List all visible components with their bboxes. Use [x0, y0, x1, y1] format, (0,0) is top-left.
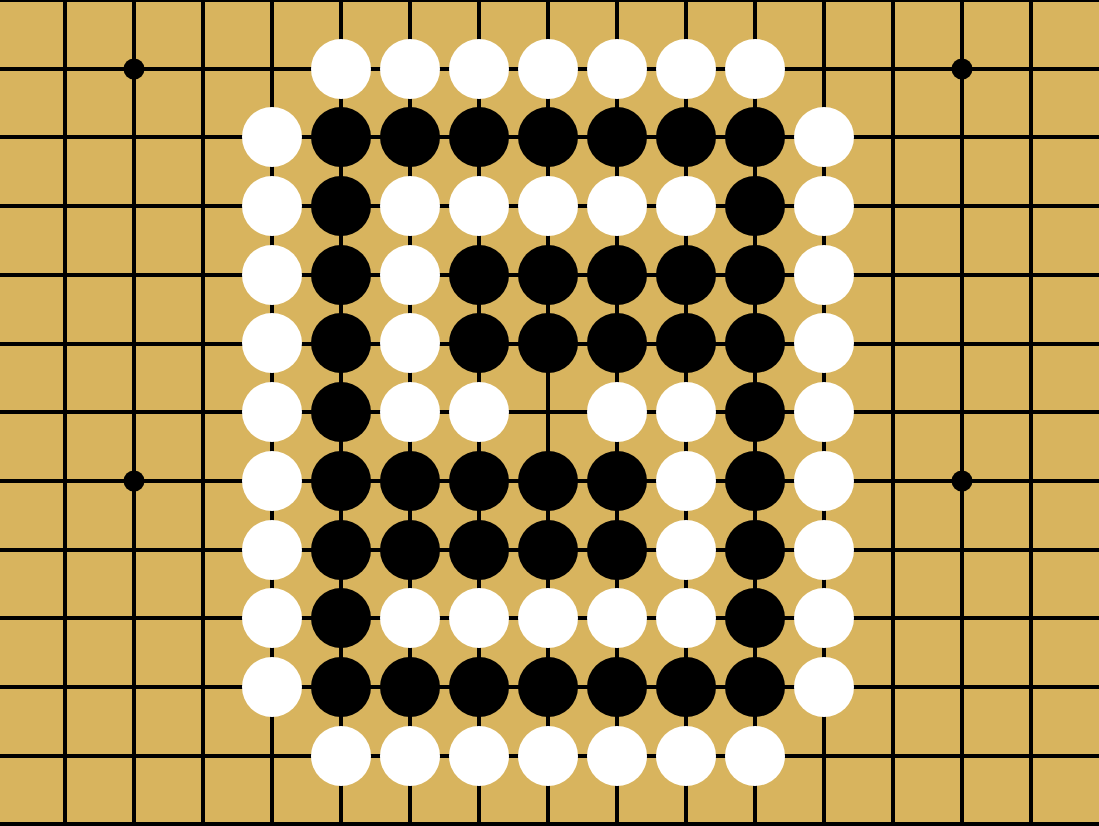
intersection[interactable]	[928, 172, 997, 241]
intersection[interactable]	[445, 584, 514, 653]
intersection[interactable]	[100, 653, 169, 722]
stone-white	[449, 726, 509, 786]
stone-white	[725, 726, 785, 786]
stone-white	[656, 726, 716, 786]
intersection[interactable]	[169, 103, 238, 172]
intersection[interactable]	[859, 172, 928, 241]
stone-black	[449, 107, 509, 167]
intersection[interactable]	[514, 103, 583, 172]
intersection[interactable]	[652, 721, 721, 790]
intersection[interactable]	[31, 378, 100, 447]
intersection[interactable]	[997, 309, 1066, 378]
intersection[interactable]	[376, 0, 445, 34]
intersection[interactable]	[445, 446, 514, 515]
stone-black	[518, 657, 578, 717]
intersection[interactable]	[238, 446, 307, 515]
stone-white	[794, 451, 854, 511]
intersection[interactable]	[652, 34, 721, 103]
stone-black	[725, 588, 785, 648]
stone-black	[518, 451, 578, 511]
intersection[interactable]	[790, 172, 859, 241]
stone-black	[518, 245, 578, 305]
intersection[interactable]	[514, 378, 583, 447]
stone-white	[380, 313, 440, 373]
intersection[interactable]	[721, 172, 790, 241]
intersection[interactable]	[652, 240, 721, 309]
intersection[interactable]	[169, 34, 238, 103]
intersection[interactable]	[583, 103, 652, 172]
stone-white	[242, 451, 302, 511]
stone-black	[449, 657, 509, 717]
intersection[interactable]	[169, 790, 238, 826]
intersection[interactable]	[238, 790, 307, 826]
stone-white	[794, 313, 854, 373]
intersection[interactable]	[514, 240, 583, 309]
intersection[interactable]	[238, 721, 307, 790]
intersection[interactable]	[169, 378, 238, 447]
intersection[interactable]	[31, 721, 100, 790]
intersection[interactable]	[790, 653, 859, 722]
intersection[interactable]	[238, 584, 307, 653]
intersection[interactable]	[31, 34, 100, 103]
stone-black	[725, 107, 785, 167]
intersection[interactable]	[583, 309, 652, 378]
stone-black	[449, 520, 509, 580]
intersection[interactable]	[100, 584, 169, 653]
intersection[interactable]	[238, 378, 307, 447]
intersection[interactable]	[238, 309, 307, 378]
stone-white	[380, 588, 440, 648]
intersection[interactable]	[859, 378, 928, 447]
intersection[interactable]	[859, 584, 928, 653]
stone-black	[449, 451, 509, 511]
stone-white	[449, 39, 509, 99]
intersection[interactable]	[928, 515, 997, 584]
intersection[interactable]	[100, 240, 169, 309]
stone-white	[656, 39, 716, 99]
intersection[interactable]	[928, 34, 997, 103]
stone-black	[725, 382, 785, 442]
stone-black	[656, 657, 716, 717]
intersection[interactable]	[31, 172, 100, 241]
intersection[interactable]	[721, 653, 790, 722]
intersection[interactable]	[169, 721, 238, 790]
intersection[interactable]	[445, 653, 514, 722]
intersection[interactable]	[652, 515, 721, 584]
intersection[interactable]	[238, 653, 307, 722]
stone-white	[518, 726, 578, 786]
intersection[interactable]	[514, 0, 583, 34]
intersection[interactable]	[583, 172, 652, 241]
go-board	[0, 0, 1099, 826]
intersection[interactable]	[997, 378, 1066, 447]
intersection[interactable]	[376, 721, 445, 790]
intersection[interactable]	[445, 240, 514, 309]
intersection[interactable]	[583, 653, 652, 722]
intersection[interactable]	[31, 653, 100, 722]
intersection[interactable]	[721, 103, 790, 172]
intersection[interactable]	[100, 309, 169, 378]
stone-black	[587, 313, 647, 373]
intersection[interactable]	[997, 446, 1066, 515]
intersection[interactable]	[790, 584, 859, 653]
intersection[interactable]	[928, 790, 997, 826]
intersection[interactable]	[652, 653, 721, 722]
stone-white	[311, 726, 371, 786]
board-grid	[31, 0, 1066, 826]
stone-black	[311, 313, 371, 373]
intersection[interactable]	[376, 172, 445, 241]
intersection[interactable]	[790, 34, 859, 103]
stone-white	[794, 107, 854, 167]
intersection[interactable]	[100, 0, 169, 34]
intersection[interactable]	[376, 446, 445, 515]
stone-black	[311, 588, 371, 648]
stone-white	[794, 245, 854, 305]
intersection[interactable]	[997, 721, 1066, 790]
intersection[interactable]	[169, 446, 238, 515]
intersection[interactable]	[445, 378, 514, 447]
intersection[interactable]	[238, 0, 307, 34]
stone-white	[449, 176, 509, 236]
intersection[interactable]	[583, 34, 652, 103]
intersection[interactable]	[169, 240, 238, 309]
intersection[interactable]	[790, 103, 859, 172]
intersection[interactable]	[31, 790, 100, 826]
intersection[interactable]	[652, 446, 721, 515]
intersection[interactable]	[31, 446, 100, 515]
intersection[interactable]	[31, 515, 100, 584]
intersection[interactable]	[307, 103, 376, 172]
intersection[interactable]	[100, 172, 169, 241]
intersection[interactable]	[376, 790, 445, 826]
stone-white	[242, 176, 302, 236]
intersection[interactable]	[307, 721, 376, 790]
intersection[interactable]	[997, 653, 1066, 722]
stone-white	[380, 176, 440, 236]
stone-black	[725, 313, 785, 373]
intersection[interactable]	[583, 584, 652, 653]
intersection[interactable]	[307, 0, 376, 34]
stone-black	[311, 176, 371, 236]
intersection[interactable]	[31, 0, 100, 34]
intersection[interactable]	[652, 790, 721, 826]
stone-white	[794, 520, 854, 580]
intersection[interactable]	[307, 446, 376, 515]
stone-white	[794, 657, 854, 717]
intersection[interactable]	[100, 721, 169, 790]
intersection[interactable]	[376, 515, 445, 584]
intersection[interactable]	[376, 309, 445, 378]
intersection[interactable]	[859, 103, 928, 172]
intersection[interactable]	[928, 584, 997, 653]
stone-black	[725, 176, 785, 236]
stone-black	[725, 451, 785, 511]
stone-black	[311, 245, 371, 305]
stone-white	[656, 382, 716, 442]
stone-white	[794, 588, 854, 648]
intersection[interactable]	[307, 378, 376, 447]
intersection[interactable]	[100, 378, 169, 447]
intersection[interactable]	[721, 378, 790, 447]
intersection[interactable]	[997, 0, 1066, 34]
intersection[interactable]	[514, 653, 583, 722]
intersection[interactable]	[31, 240, 100, 309]
intersection[interactable]	[997, 515, 1066, 584]
intersection[interactable]	[859, 790, 928, 826]
stone-black	[587, 657, 647, 717]
stone-black	[656, 245, 716, 305]
stone-black	[449, 313, 509, 373]
intersection[interactable]	[859, 0, 928, 34]
intersection[interactable]	[514, 309, 583, 378]
intersection[interactable]	[100, 446, 169, 515]
intersection[interactable]	[721, 515, 790, 584]
stone-white	[242, 657, 302, 717]
intersection[interactable]	[652, 584, 721, 653]
stone-white	[242, 588, 302, 648]
intersection[interactable]	[307, 172, 376, 241]
stone-white	[380, 245, 440, 305]
intersection[interactable]	[721, 34, 790, 103]
intersection[interactable]	[859, 721, 928, 790]
stone-black	[587, 520, 647, 580]
intersection[interactable]	[445, 172, 514, 241]
stone-black	[311, 520, 371, 580]
intersection[interactable]	[445, 309, 514, 378]
intersection[interactable]	[238, 240, 307, 309]
intersection[interactable]	[307, 515, 376, 584]
intersection[interactable]	[652, 309, 721, 378]
stone-black	[380, 451, 440, 511]
intersection[interactable]	[169, 309, 238, 378]
stone-black	[311, 382, 371, 442]
intersection[interactable]	[376, 584, 445, 653]
stone-black	[311, 451, 371, 511]
intersection[interactable]	[445, 103, 514, 172]
intersection[interactable]	[721, 309, 790, 378]
intersection[interactable]	[997, 172, 1066, 241]
stone-black	[380, 657, 440, 717]
intersection[interactable]	[31, 103, 100, 172]
intersection[interactable]	[100, 103, 169, 172]
stone-black	[449, 245, 509, 305]
intersection[interactable]	[100, 34, 169, 103]
intersection[interactable]	[721, 790, 790, 826]
intersection[interactable]	[100, 790, 169, 826]
intersection[interactable]	[859, 515, 928, 584]
intersection[interactable]	[238, 34, 307, 103]
stone-white	[242, 245, 302, 305]
intersection[interactable]	[514, 515, 583, 584]
stone-white	[587, 726, 647, 786]
intersection[interactable]	[583, 790, 652, 826]
stone-white	[242, 382, 302, 442]
intersection[interactable]	[721, 240, 790, 309]
intersection[interactable]	[652, 103, 721, 172]
stone-white	[794, 176, 854, 236]
stone-black	[380, 107, 440, 167]
intersection[interactable]	[169, 653, 238, 722]
intersection[interactable]	[859, 446, 928, 515]
intersection[interactable]	[169, 172, 238, 241]
intersection[interactable]	[859, 34, 928, 103]
intersection[interactable]	[997, 34, 1066, 103]
intersection[interactable]	[169, 0, 238, 34]
intersection[interactable]	[997, 584, 1066, 653]
intersection[interactable]	[445, 0, 514, 34]
stone-white	[518, 176, 578, 236]
intersection[interactable]	[721, 446, 790, 515]
stone-black	[656, 313, 716, 373]
stone-black	[725, 657, 785, 717]
intersection[interactable]	[583, 240, 652, 309]
intersection[interactable]	[100, 515, 169, 584]
stone-white	[794, 382, 854, 442]
intersection[interactable]	[31, 584, 100, 653]
stone-white	[242, 107, 302, 167]
intersection[interactable]	[583, 378, 652, 447]
intersection[interactable]	[31, 309, 100, 378]
intersection[interactable]	[928, 103, 997, 172]
stone-white	[656, 588, 716, 648]
stone-black	[587, 107, 647, 167]
intersection[interactable]	[307, 584, 376, 653]
intersection[interactable]	[376, 653, 445, 722]
intersection[interactable]	[790, 790, 859, 826]
intersection[interactable]	[859, 309, 928, 378]
intersection[interactable]	[790, 721, 859, 790]
stone-white	[380, 726, 440, 786]
intersection[interactable]	[790, 446, 859, 515]
stone-white	[242, 313, 302, 373]
intersection[interactable]	[169, 584, 238, 653]
stone-black	[587, 245, 647, 305]
intersection[interactable]	[445, 34, 514, 103]
stone-black	[725, 520, 785, 580]
intersection[interactable]	[583, 721, 652, 790]
stone-white	[518, 39, 578, 99]
intersection[interactable]	[790, 309, 859, 378]
intersection[interactable]	[997, 790, 1066, 826]
stone-black	[311, 107, 371, 167]
intersection[interactable]	[859, 240, 928, 309]
intersection[interactable]	[997, 103, 1066, 172]
intersection[interactable]	[928, 240, 997, 309]
stone-white	[449, 382, 509, 442]
intersection[interactable]	[445, 721, 514, 790]
intersection[interactable]	[514, 446, 583, 515]
intersection[interactable]	[652, 0, 721, 34]
stone-white	[311, 39, 371, 99]
intersection[interactable]	[928, 0, 997, 34]
intersection[interactable]	[376, 34, 445, 103]
intersection[interactable]	[238, 172, 307, 241]
intersection[interactable]	[169, 515, 238, 584]
intersection[interactable]	[514, 172, 583, 241]
stone-black	[518, 107, 578, 167]
intersection[interactable]	[307, 309, 376, 378]
intersection[interactable]	[376, 378, 445, 447]
intersection[interactable]	[307, 34, 376, 103]
intersection[interactable]	[583, 0, 652, 34]
intersection[interactable]	[445, 790, 514, 826]
stone-white	[242, 520, 302, 580]
stone-white	[656, 451, 716, 511]
stone-white	[518, 588, 578, 648]
intersection[interactable]	[445, 515, 514, 584]
stone-white	[380, 382, 440, 442]
stone-white	[725, 39, 785, 99]
intersection[interactable]	[376, 103, 445, 172]
intersection[interactable]	[928, 378, 997, 447]
intersection[interactable]	[928, 653, 997, 722]
stone-white	[380, 39, 440, 99]
intersection[interactable]	[928, 309, 997, 378]
stone-white	[449, 588, 509, 648]
intersection[interactable]	[721, 584, 790, 653]
intersection[interactable]	[514, 790, 583, 826]
stone-white	[587, 176, 647, 236]
stone-white	[587, 588, 647, 648]
intersection[interactable]	[790, 515, 859, 584]
intersection[interactable]	[721, 721, 790, 790]
stone-white	[587, 382, 647, 442]
intersection[interactable]	[652, 172, 721, 241]
stone-black	[518, 520, 578, 580]
intersection[interactable]	[307, 790, 376, 826]
intersection[interactable]	[583, 446, 652, 515]
intersection[interactable]	[928, 446, 997, 515]
intersection[interactable]	[928, 721, 997, 790]
stone-black	[587, 451, 647, 511]
stone-black	[725, 245, 785, 305]
stone-black	[656, 107, 716, 167]
intersection[interactable]	[238, 515, 307, 584]
intersection[interactable]	[307, 653, 376, 722]
intersection[interactable]	[790, 0, 859, 34]
stone-black	[518, 313, 578, 373]
intersection[interactable]	[997, 240, 1066, 309]
intersection[interactable]	[790, 378, 859, 447]
stone-white	[656, 520, 716, 580]
intersection[interactable]	[514, 34, 583, 103]
intersection[interactable]	[790, 240, 859, 309]
intersection[interactable]	[514, 584, 583, 653]
stone-black	[311, 657, 371, 717]
intersection[interactable]	[376, 240, 445, 309]
intersection[interactable]	[583, 515, 652, 584]
intersection[interactable]	[652, 378, 721, 447]
intersection[interactable]	[514, 721, 583, 790]
stone-white	[587, 39, 647, 99]
stone-black	[380, 520, 440, 580]
intersection[interactable]	[238, 103, 307, 172]
intersection[interactable]	[859, 653, 928, 722]
intersection[interactable]	[307, 240, 376, 309]
intersection[interactable]	[721, 0, 790, 34]
stone-white	[656, 176, 716, 236]
